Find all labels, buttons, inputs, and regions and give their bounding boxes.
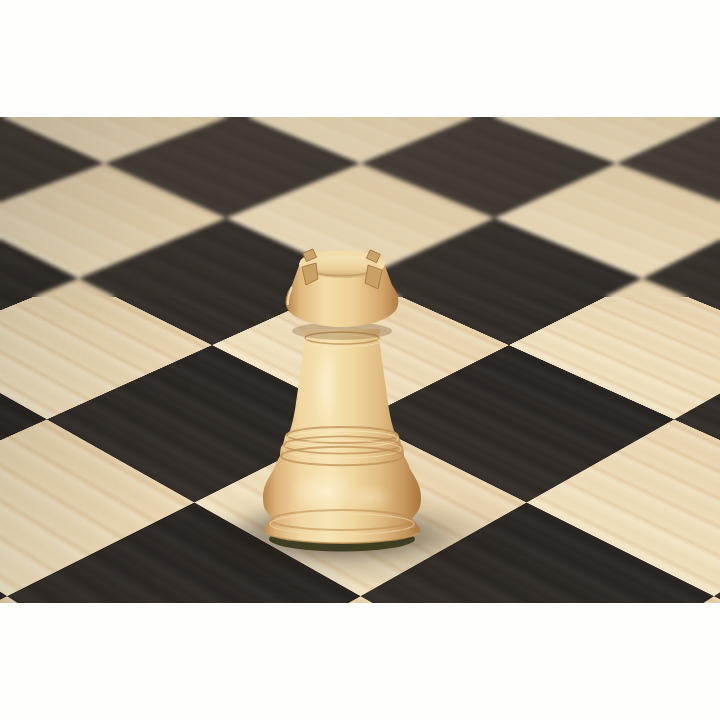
- rook-body: [263, 329, 421, 543]
- letterbox-bottom: [0, 603, 720, 720]
- rook-crown: [286, 249, 399, 327]
- letterbox-top: [0, 0, 720, 117]
- white-rook-piece: [252, 245, 432, 555]
- chess-photo: [0, 117, 720, 603]
